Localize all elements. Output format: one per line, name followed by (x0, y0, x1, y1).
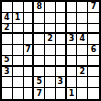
given-cell-r3c1[interactable]: 2 (2, 24, 13, 35)
empty-cell-r8c9[interactable] (88, 77, 99, 88)
empty-cell-r9c3[interactable] (24, 88, 35, 99)
empty-cell-r4c3[interactable] (24, 34, 35, 45)
empty-cell-r2c8[interactable] (77, 13, 88, 24)
empty-cell-r7c9[interactable] (88, 67, 99, 78)
empty-cell-r8c1[interactable] (2, 77, 13, 88)
given-digit: 4 (80, 35, 86, 43)
given-cell-r4c5[interactable]: 2 (45, 34, 56, 45)
empty-cell-r5c4[interactable] (34, 45, 45, 56)
empty-cell-r3c4[interactable] (34, 24, 45, 35)
given-cell-r7c8[interactable]: 2 (77, 67, 88, 78)
empty-cell-r7c5[interactable] (45, 67, 56, 78)
empty-cell-r6c6[interactable] (56, 56, 67, 67)
given-cell-r2c2[interactable]: 1 (13, 13, 24, 24)
empty-cell-r5c1[interactable] (2, 45, 13, 56)
empty-cell-r1c5[interactable] (45, 2, 56, 13)
empty-cell-r4c2[interactable] (13, 34, 24, 45)
given-cell-r8c6[interactable]: 3 (56, 77, 67, 88)
empty-cell-r5c8[interactable] (77, 45, 88, 56)
empty-cell-r4c1[interactable] (2, 34, 13, 45)
sudoku-board: 87412234765325371 (0, 0, 101, 101)
empty-cell-r6c2[interactable] (13, 56, 24, 67)
empty-cell-r7c4[interactable] (34, 67, 45, 78)
empty-cell-r9c2[interactable] (13, 88, 24, 99)
empty-cell-r3c6[interactable] (56, 24, 67, 35)
given-cell-r1c9[interactable]: 7 (88, 2, 99, 13)
empty-cell-r6c5[interactable] (45, 56, 56, 67)
empty-cell-r3c3[interactable] (24, 24, 35, 35)
given-cell-r7c1[interactable]: 3 (2, 67, 13, 78)
empty-cell-r3c7[interactable] (67, 24, 78, 35)
empty-cell-r6c9[interactable] (88, 56, 99, 67)
empty-cell-r2c9[interactable] (88, 13, 99, 24)
empty-cell-r2c7[interactable] (67, 13, 78, 24)
given-cell-r5c9[interactable]: 6 (88, 45, 99, 56)
given-digit: 5 (4, 56, 10, 64)
empty-cell-r9c6[interactable] (56, 88, 67, 99)
empty-cell-r9c5[interactable] (45, 88, 56, 99)
given-digit: 1 (69, 90, 75, 98)
empty-cell-r1c7[interactable] (67, 2, 78, 13)
empty-cell-r6c8[interactable] (77, 56, 88, 67)
given-cell-r4c7[interactable]: 3 (67, 34, 78, 45)
given-digit: 2 (80, 68, 86, 76)
empty-cell-r6c4[interactable] (34, 56, 45, 67)
given-cell-r2c1[interactable]: 4 (2, 13, 13, 24)
given-cell-r4c8[interactable]: 4 (77, 34, 88, 45)
given-cell-r1c4[interactable]: 8 (34, 2, 45, 13)
empty-cell-r9c9[interactable] (88, 88, 99, 99)
given-cell-r5c3[interactable]: 7 (24, 45, 35, 56)
empty-cell-r5c2[interactable] (13, 45, 24, 56)
empty-cell-r1c6[interactable] (56, 2, 67, 13)
empty-cell-r7c3[interactable] (24, 67, 35, 78)
empty-cell-r8c8[interactable] (77, 77, 88, 88)
given-digit: 3 (57, 78, 63, 86)
given-digit: 2 (4, 24, 10, 32)
empty-cell-r2c4[interactable] (34, 13, 45, 24)
empty-cell-r9c8[interactable] (77, 88, 88, 99)
empty-cell-r7c7[interactable] (67, 67, 78, 78)
given-digit: 2 (47, 35, 53, 43)
empty-cell-r5c7[interactable] (67, 45, 78, 56)
given-digit: 7 (36, 90, 42, 98)
given-cell-r9c7[interactable]: 1 (67, 88, 78, 99)
empty-cell-r8c5[interactable] (45, 77, 56, 88)
empty-cell-r6c7[interactable] (67, 56, 78, 67)
empty-cell-r1c1[interactable] (2, 2, 13, 13)
empty-cell-r8c2[interactable] (13, 77, 24, 88)
given-digit: 1 (15, 14, 21, 22)
given-cell-r6c1[interactable]: 5 (2, 56, 13, 67)
empty-cell-r5c6[interactable] (56, 45, 67, 56)
empty-cell-r8c3[interactable] (24, 77, 35, 88)
given-digit: 3 (4, 68, 10, 76)
empty-cell-r2c3[interactable] (24, 13, 35, 24)
empty-cell-r2c5[interactable] (45, 13, 56, 24)
empty-cell-r4c9[interactable] (88, 34, 99, 45)
empty-cell-r7c2[interactable] (13, 67, 24, 78)
empty-cell-r3c2[interactable] (13, 24, 24, 35)
empty-cell-r1c8[interactable] (77, 2, 88, 13)
given-cell-r8c4[interactable]: 5 (34, 77, 45, 88)
given-digit: 3 (69, 35, 75, 43)
given-digit: 8 (36, 3, 42, 11)
empty-cell-r6c3[interactable] (24, 56, 35, 67)
empty-cell-r3c8[interactable] (77, 24, 88, 35)
empty-cell-r9c1[interactable] (2, 88, 13, 99)
given-digit: 4 (4, 14, 10, 22)
empty-cell-r4c6[interactable] (56, 34, 67, 45)
empty-cell-r1c3[interactable] (24, 2, 35, 13)
empty-cell-r8c7[interactable] (67, 77, 78, 88)
empty-cell-r3c9[interactable] (88, 24, 99, 35)
given-cell-r9c4[interactable]: 7 (34, 88, 45, 99)
empty-cell-r5c5[interactable] (45, 45, 56, 56)
given-digit: 7 (91, 3, 97, 11)
given-digit: 6 (91, 46, 97, 54)
empty-cell-r7c6[interactable] (56, 67, 67, 78)
given-digit: 5 (36, 78, 42, 86)
given-digit: 7 (25, 46, 31, 54)
empty-cell-r1c2[interactable] (13, 2, 24, 13)
empty-cell-r3c5[interactable] (45, 24, 56, 35)
empty-cell-r4c4[interactable] (34, 34, 45, 45)
empty-cell-r2c6[interactable] (56, 13, 67, 24)
